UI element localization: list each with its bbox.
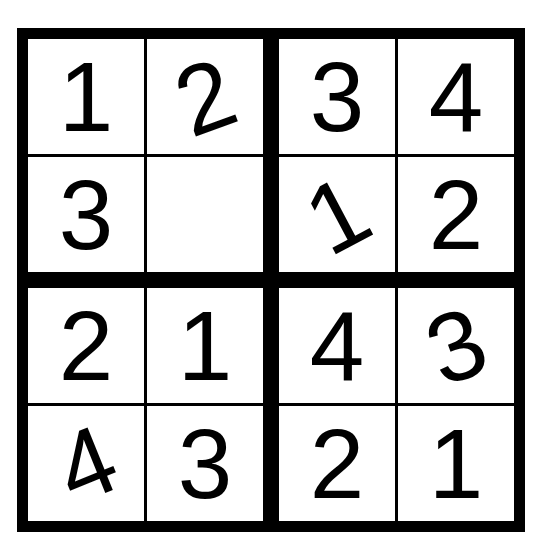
cell-r2c4[interactable]: 2 <box>398 157 514 288</box>
cell-r3c1[interactable]: 2 <box>28 288 147 406</box>
cell-r2c2[interactable] <box>147 157 279 288</box>
cell-digit: 1 <box>429 415 484 513</box>
cell-r2c3[interactable]: 1 <box>279 157 398 288</box>
cell-r3c4[interactable]: 3 <box>398 288 514 406</box>
cell-r4c2[interactable]: 3 <box>147 406 279 521</box>
cell-r1c1[interactable]: 1 <box>28 39 147 157</box>
cell-r1c4[interactable]: 4 <box>398 39 514 157</box>
cell-digit: 4 <box>429 48 484 146</box>
cell-r3c3[interactable]: 4 <box>279 288 398 406</box>
cell-r1c3[interactable]: 3 <box>279 39 398 157</box>
cell-digit: 1 <box>178 297 233 395</box>
cell-r4c1[interactable]: 4 <box>28 406 147 521</box>
cell-digit: 2 <box>163 41 248 152</box>
cell-digit: 2 <box>310 415 365 513</box>
cell-r1c2[interactable]: 2 <box>147 39 279 157</box>
sudoku-board: 1 2 3 4 3 1 2 2 1 4 3 4 3 2 1 <box>17 28 525 532</box>
cell-digit: 3 <box>414 290 499 401</box>
cell-digit: 3 <box>178 415 233 513</box>
cell-r4c4[interactable]: 1 <box>398 406 514 521</box>
cell-digit: 1 <box>59 48 114 146</box>
cell-r4c3[interactable]: 2 <box>279 406 398 521</box>
cell-digit: 2 <box>429 166 484 264</box>
cell-r3c2[interactable]: 1 <box>147 288 279 406</box>
cell-digit: 4 <box>42 408 129 519</box>
cell-digit: 2 <box>59 297 114 395</box>
cell-digit: 3 <box>59 166 114 264</box>
cell-digit: 3 <box>310 48 365 146</box>
cell-digit: 4 <box>310 297 365 395</box>
cell-r2c1[interactable]: 3 <box>28 157 147 288</box>
cell-digit: 1 <box>290 158 384 270</box>
